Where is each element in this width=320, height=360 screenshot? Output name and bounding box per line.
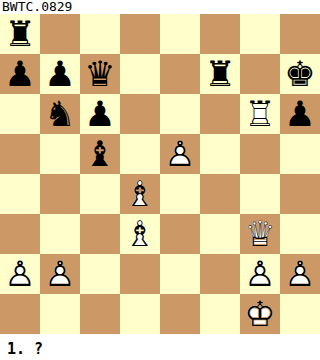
square-c3[interactable] — [80, 214, 120, 254]
square-b1[interactable] — [40, 294, 80, 334]
square-d8[interactable] — [120, 14, 160, 54]
white-pawn: ♟♙ — [240, 254, 280, 294]
white-pawn-outline: ♙ — [240, 254, 280, 294]
square-f2[interactable] — [200, 254, 240, 294]
chess-board: ♜♟♟♛♜♚♞♟♜♖♟♝♟♙♝♗♝♗♛♕♟♙♟♙♟♙♟♙♚♔ — [0, 14, 320, 334]
black-pawn: ♟ — [280, 94, 320, 134]
square-a4[interactable] — [0, 174, 40, 214]
black-pawn: ♟ — [40, 54, 80, 94]
square-c8[interactable] — [80, 14, 120, 54]
square-b3[interactable] — [40, 214, 80, 254]
white-bishop: ♝♗ — [120, 214, 160, 254]
white-pawn-outline: ♙ — [280, 254, 320, 294]
square-d5[interactable] — [120, 134, 160, 174]
white-queen: ♛♕ — [240, 214, 280, 254]
black-knight: ♞ — [40, 94, 80, 134]
white-pawn: ♟♙ — [0, 254, 40, 294]
square-c4[interactable] — [80, 174, 120, 214]
square-g6[interactable]: ♜♖ — [240, 94, 280, 134]
white-bishop: ♝♗ — [120, 174, 160, 214]
square-a5[interactable] — [0, 134, 40, 174]
square-d7[interactable] — [120, 54, 160, 94]
black-queen: ♛ — [80, 54, 120, 94]
square-e2[interactable] — [160, 254, 200, 294]
white-pawn-outline: ♙ — [160, 134, 200, 174]
square-a7[interactable]: ♟ — [0, 54, 40, 94]
square-g1[interactable]: ♚♔ — [240, 294, 280, 334]
square-g3[interactable]: ♛♕ — [240, 214, 280, 254]
square-b6[interactable]: ♞ — [40, 94, 80, 134]
square-a6[interactable] — [0, 94, 40, 134]
square-a1[interactable] — [0, 294, 40, 334]
square-g7[interactable] — [240, 54, 280, 94]
square-c2[interactable] — [80, 254, 120, 294]
square-f7[interactable]: ♜ — [200, 54, 240, 94]
square-a8[interactable]: ♜ — [0, 14, 40, 54]
white-pawn: ♟♙ — [160, 134, 200, 174]
square-f6[interactable] — [200, 94, 240, 134]
black-rook: ♜ — [0, 14, 40, 54]
square-g5[interactable] — [240, 134, 280, 174]
square-h2[interactable]: ♟♙ — [280, 254, 320, 294]
square-d3[interactable]: ♝♗ — [120, 214, 160, 254]
square-b5[interactable] — [40, 134, 80, 174]
square-a2[interactable]: ♟♙ — [0, 254, 40, 294]
square-f8[interactable] — [200, 14, 240, 54]
square-h5[interactable] — [280, 134, 320, 174]
white-queen-outline: ♕ — [240, 214, 280, 254]
square-g2[interactable]: ♟♙ — [240, 254, 280, 294]
square-e5[interactable]: ♟♙ — [160, 134, 200, 174]
square-e7[interactable] — [160, 54, 200, 94]
square-a3[interactable] — [0, 214, 40, 254]
square-h7[interactable]: ♚ — [280, 54, 320, 94]
square-h1[interactable] — [280, 294, 320, 334]
white-pawn: ♟♙ — [40, 254, 80, 294]
square-f3[interactable] — [200, 214, 240, 254]
white-bishop-outline: ♗ — [120, 214, 160, 254]
white-king: ♚♔ — [240, 294, 280, 334]
white-king-outline: ♔ — [240, 294, 280, 334]
square-e4[interactable] — [160, 174, 200, 214]
move-prompt: 1. ? — [0, 334, 320, 358]
square-h6[interactable]: ♟ — [280, 94, 320, 134]
square-d1[interactable] — [120, 294, 160, 334]
square-h8[interactable] — [280, 14, 320, 54]
square-d6[interactable] — [120, 94, 160, 134]
black-king: ♚ — [280, 54, 320, 94]
black-pawn: ♟ — [0, 54, 40, 94]
square-b4[interactable] — [40, 174, 80, 214]
square-d2[interactable] — [120, 254, 160, 294]
white-rook-outline: ♖ — [240, 94, 280, 134]
black-bishop: ♝ — [80, 134, 120, 174]
square-c1[interactable] — [80, 294, 120, 334]
page: BWTC.0829 ♜♟♟♛♜♚♞♟♜♖♟♝♟♙♝♗♝♗♛♕♟♙♟♙♟♙♟♙♚♔… — [0, 0, 320, 360]
square-e1[interactable] — [160, 294, 200, 334]
white-pawn-outline: ♙ — [0, 254, 40, 294]
square-e3[interactable] — [160, 214, 200, 254]
square-e8[interactable] — [160, 14, 200, 54]
square-g4[interactable] — [240, 174, 280, 214]
black-rook: ♜ — [200, 54, 240, 94]
square-c7[interactable]: ♛ — [80, 54, 120, 94]
white-bishop-outline: ♗ — [120, 174, 160, 214]
diagram-title: BWTC.0829 — [0, 0, 320, 14]
white-rook: ♜♖ — [240, 94, 280, 134]
square-f1[interactable] — [200, 294, 240, 334]
black-pawn: ♟ — [80, 94, 120, 134]
square-c5[interactable]: ♝ — [80, 134, 120, 174]
white-pawn-outline: ♙ — [40, 254, 80, 294]
square-e6[interactable] — [160, 94, 200, 134]
square-f5[interactable] — [200, 134, 240, 174]
square-h3[interactable] — [280, 214, 320, 254]
square-b8[interactable] — [40, 14, 80, 54]
square-b2[interactable]: ♟♙ — [40, 254, 80, 294]
white-pawn: ♟♙ — [280, 254, 320, 294]
square-g8[interactable] — [240, 14, 280, 54]
square-d4[interactable]: ♝♗ — [120, 174, 160, 214]
square-f4[interactable] — [200, 174, 240, 214]
square-c6[interactable]: ♟ — [80, 94, 120, 134]
square-b7[interactable]: ♟ — [40, 54, 80, 94]
square-h4[interactable] — [280, 174, 320, 214]
